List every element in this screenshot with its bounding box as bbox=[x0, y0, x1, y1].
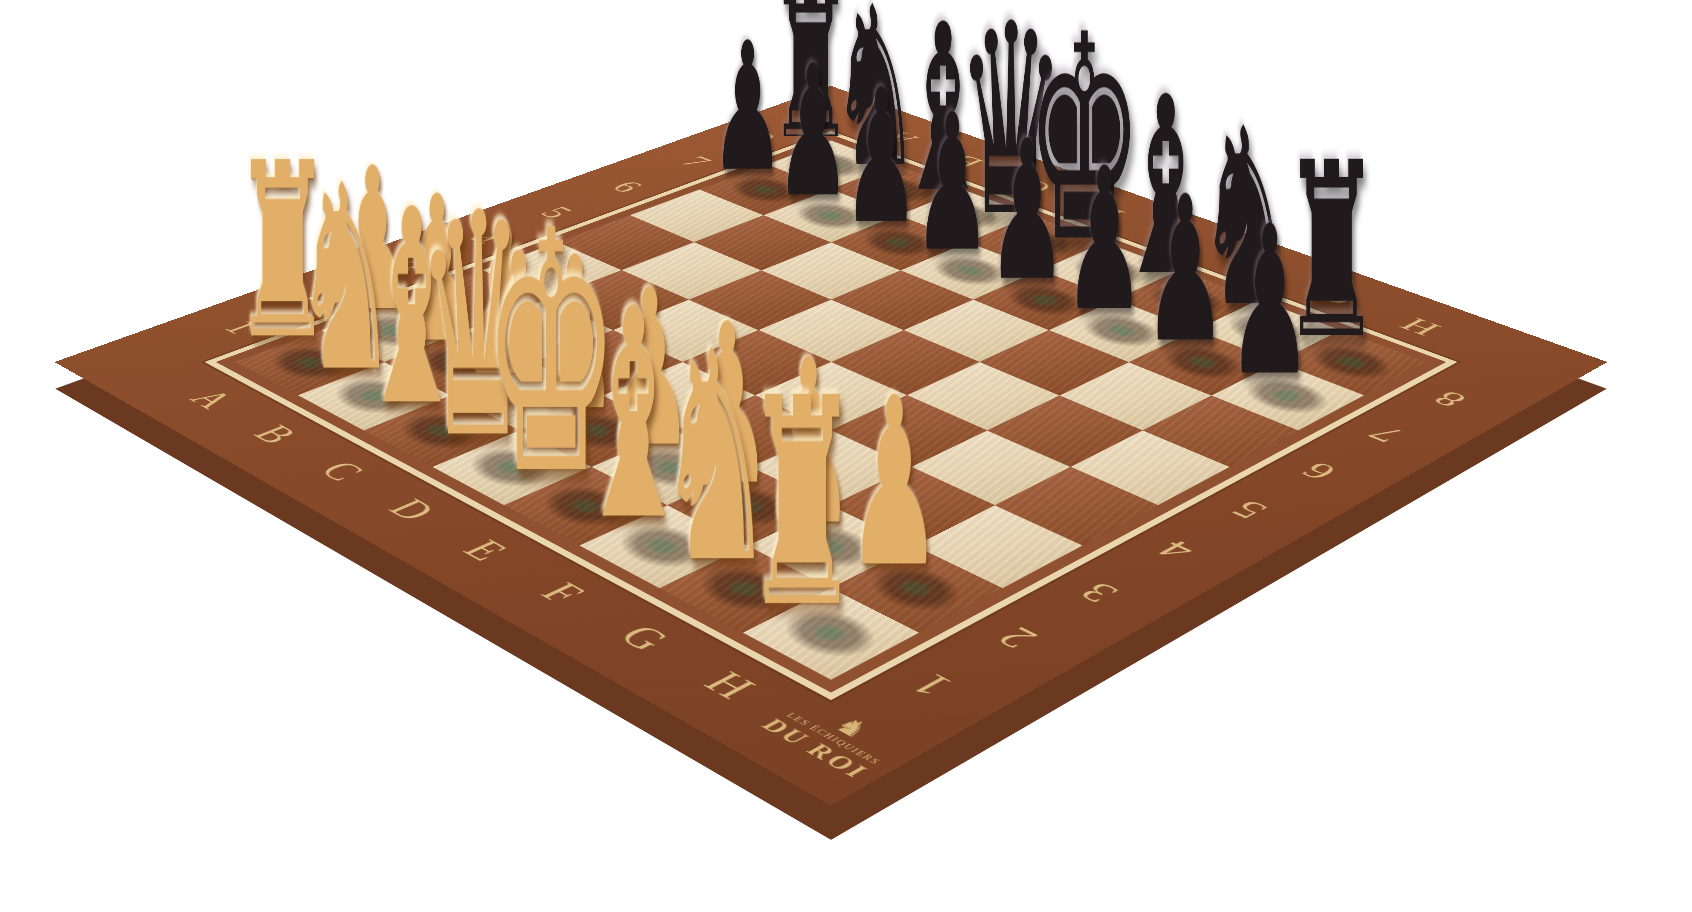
piece-black-pawn-h7[interactable]: ♟ bbox=[1228, 199, 1313, 405]
piece-black-pawn-g7[interactable]: ♟ bbox=[1144, 170, 1227, 371]
board-field: ♜♞♝♛♚♝♞♜♟♟♟♟♟♟♟♟♟♟♟♟♟♟♟♟♜♞♝♛♚♝♞♜ bbox=[236, 141, 1427, 680]
chessboard: ABCDEFGH ABCDEFGH 87654321 87654321 ♜♞♝♛… bbox=[55, 86, 1608, 806]
piece-white-rook-h1[interactable]: ♜ bbox=[743, 361, 861, 648]
piece-black-pawn-b7[interactable]: ♟ bbox=[776, 41, 851, 222]
camera-perspective: ABCDEFGH ABCDEFGH 87654321 87654321 ♜♞♝♛… bbox=[282, 0, 1380, 911]
product-photo-scene: ABCDEFGH ABCDEFGH 87654321 87654321 ♜♞♝♛… bbox=[0, 0, 1692, 912]
piece-black-pawn-a7[interactable]: ♟ bbox=[711, 19, 784, 196]
rank-label-right-7: 7 bbox=[1298, 395, 1474, 475]
